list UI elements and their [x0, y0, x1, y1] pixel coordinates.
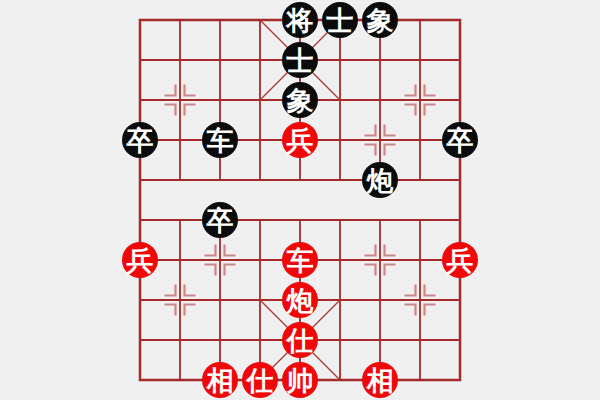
- piece-black-pawn[interactable]: 卒: [442, 122, 478, 158]
- piece-black-advisor[interactable]: 士: [282, 42, 318, 78]
- piece-black-general[interactable]: 将: [282, 2, 318, 38]
- piece-black-chariot[interactable]: 车: [202, 122, 238, 158]
- piece-black-elephant[interactable]: 象: [282, 82, 318, 118]
- piece-red-pawn[interactable]: 兵: [122, 242, 158, 278]
- piece-red-pawn[interactable]: 兵: [282, 122, 318, 158]
- piece-red-chariot[interactable]: 车: [282, 242, 318, 278]
- piece-black-pawn[interactable]: 卒: [202, 202, 238, 238]
- piece-red-elephant[interactable]: 相: [362, 362, 398, 398]
- piece-red-advisor[interactable]: 仕: [242, 362, 278, 398]
- piece-red-cannon[interactable]: 炮: [282, 282, 318, 318]
- piece-red-pawn[interactable]: 兵: [442, 242, 478, 278]
- piece-red-advisor[interactable]: 仕: [282, 322, 318, 358]
- piece-black-advisor[interactable]: 士: [322, 2, 358, 38]
- piece-black-cannon[interactable]: 炮: [362, 162, 398, 198]
- xiangqi-board: 将士象士象卒车兵卒炮卒兵车兵炮仕相仕帅相: [0, 0, 600, 400]
- piece-red-elephant[interactable]: 相: [202, 362, 238, 398]
- piece-red-general[interactable]: 帅: [282, 362, 318, 398]
- piece-black-elephant[interactable]: 象: [362, 2, 398, 38]
- piece-black-pawn[interactable]: 卒: [122, 122, 158, 158]
- pieces-layer: 将士象士象卒车兵卒炮卒兵车兵炮仕相仕帅相: [120, 0, 480, 400]
